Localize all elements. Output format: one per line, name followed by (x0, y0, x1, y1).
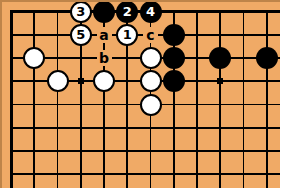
white-stone (140, 47, 162, 69)
white-stone (23, 47, 45, 69)
grid-line-vertical (57, 10, 59, 188)
black-stone (209, 47, 231, 69)
go-board-diagram: 32451abc (0, 0, 280, 188)
move-number-2: 2 (123, 5, 132, 18)
grid-line-vertical (266, 10, 268, 188)
point-label-c: c (143, 27, 158, 43)
white-stone (93, 70, 115, 92)
black-stone (163, 24, 185, 46)
move-number-4: 4 (146, 5, 155, 18)
black-stone (256, 47, 278, 69)
move-number-3: 3 (76, 5, 85, 18)
move-number-1: 1 (123, 28, 132, 41)
star-point (78, 78, 84, 84)
grid-line-vertical (196, 10, 198, 188)
board-edge-shadow-top (0, 0, 280, 2)
white-stone-move-3: 3 (70, 1, 92, 23)
grid-line-vertical (219, 10, 221, 188)
black-stone-move-4: 4 (140, 1, 162, 23)
white-stone-move-5: 5 (70, 24, 92, 46)
move-number-5: 5 (76, 28, 85, 41)
white-stone-move-1: 1 (116, 24, 138, 46)
black-stone (163, 47, 185, 69)
grid-line-vertical (10, 10, 13, 188)
black-stone (163, 70, 185, 92)
grid-line-vertical (243, 10, 245, 188)
white-stone (140, 70, 162, 92)
black-stone-move-2: 2 (116, 1, 138, 23)
white-stone (47, 70, 69, 92)
star-point (217, 78, 223, 84)
black-stone (93, 1, 115, 23)
grid-line-vertical (33, 10, 35, 188)
grid-line-horizontal (10, 173, 281, 175)
point-label-a: a (97, 27, 112, 43)
white-stone (140, 94, 162, 116)
grid-line-horizontal (10, 150, 281, 152)
grid-line-horizontal (10, 127, 281, 129)
board-edge-shadow-left (0, 0, 2, 188)
point-label-b: b (97, 50, 112, 66)
